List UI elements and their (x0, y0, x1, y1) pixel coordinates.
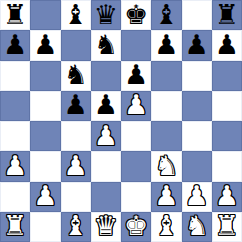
square-d4[interactable]: ♟ (91, 121, 121, 151)
square-e3[interactable] (121, 151, 151, 181)
square-d5[interactable]: ♟ (91, 91, 121, 121)
black-rook-piece[interactable]: ♜ (3, 1, 27, 28)
square-a6[interactable] (0, 61, 30, 91)
square-e7[interactable] (121, 30, 151, 60)
white-pawn-piece[interactable]: ♟ (33, 182, 57, 209)
square-g2[interactable]: ♟ (182, 182, 212, 212)
square-g8[interactable] (182, 0, 212, 30)
black-pawn-piece[interactable]: ♟ (33, 31, 57, 58)
square-f4[interactable] (151, 121, 181, 151)
square-g7[interactable]: ♟ (182, 30, 212, 60)
square-a3[interactable]: ♟ (0, 151, 30, 181)
square-h4[interactable] (212, 121, 242, 151)
black-bishop-piece[interactable]: ♝ (154, 1, 178, 28)
black-knight-piece[interactable]: ♞ (64, 61, 88, 88)
white-pawn-piece[interactable]: ♟ (3, 152, 27, 179)
black-queen-piece[interactable]: ♛ (94, 1, 118, 28)
square-c6[interactable]: ♞ (61, 61, 91, 91)
white-knight-piece[interactable]: ♞ (154, 152, 178, 179)
square-b8[interactable] (30, 0, 60, 30)
square-c4[interactable] (61, 121, 91, 151)
white-queen-piece[interactable]: ♛ (94, 212, 118, 239)
black-pawn-piece[interactable]: ♟ (185, 31, 209, 58)
black-bishop-piece[interactable]: ♝ (64, 1, 88, 28)
square-c8[interactable]: ♝ (61, 0, 91, 30)
white-bishop-piece[interactable]: ♝ (154, 212, 178, 239)
black-pawn-piece[interactable]: ♟ (3, 31, 27, 58)
square-a8[interactable]: ♜ (0, 0, 30, 30)
black-rook-piece[interactable]: ♜ (215, 1, 239, 28)
square-g4[interactable] (182, 121, 212, 151)
square-h6[interactable] (212, 61, 242, 91)
square-f5[interactable] (151, 91, 181, 121)
white-king-piece[interactable]: ♚ (124, 212, 148, 239)
square-c7[interactable] (61, 30, 91, 60)
black-pawn-piece[interactable]: ♟ (154, 31, 178, 58)
square-d1[interactable]: ♛ (91, 212, 121, 242)
square-h7[interactable]: ♟ (212, 30, 242, 60)
square-b1[interactable] (30, 212, 60, 242)
square-h8[interactable]: ♜ (212, 0, 242, 30)
square-a1[interactable]: ♜ (0, 212, 30, 242)
square-f2[interactable]: ♟ (151, 182, 181, 212)
white-pawn-piece[interactable]: ♟ (124, 91, 148, 118)
square-e6[interactable]: ♟ (121, 61, 151, 91)
white-pawn-piece[interactable]: ♟ (185, 182, 209, 209)
square-d7[interactable]: ♞ (91, 30, 121, 60)
white-bishop-piece[interactable]: ♝ (64, 212, 88, 239)
square-a7[interactable]: ♟ (0, 30, 30, 60)
white-rook-piece[interactable]: ♜ (215, 212, 239, 239)
square-e8[interactable]: ♚ (121, 0, 151, 30)
square-h5[interactable] (212, 91, 242, 121)
white-pawn-piece[interactable]: ♟ (94, 122, 118, 149)
square-h1[interactable]: ♜ (212, 212, 242, 242)
square-f3[interactable]: ♞ (151, 151, 181, 181)
white-rook-piece[interactable]: ♜ (3, 212, 27, 239)
square-b6[interactable] (30, 61, 60, 91)
white-pawn-piece[interactable]: ♟ (64, 152, 88, 179)
square-b4[interactable] (30, 121, 60, 151)
square-f7[interactable]: ♟ (151, 30, 181, 60)
square-g3[interactable] (182, 151, 212, 181)
square-e2[interactable] (121, 182, 151, 212)
square-a2[interactable] (0, 182, 30, 212)
square-e1[interactable]: ♚ (121, 212, 151, 242)
black-pawn-piece[interactable]: ♟ (215, 31, 239, 58)
square-c3[interactable]: ♟ (61, 151, 91, 181)
square-c1[interactable]: ♝ (61, 212, 91, 242)
square-f8[interactable]: ♝ (151, 0, 181, 30)
square-a4[interactable] (0, 121, 30, 151)
black-pawn-piece[interactable]: ♟ (64, 91, 88, 118)
square-f6[interactable] (151, 61, 181, 91)
square-d6[interactable] (91, 61, 121, 91)
square-g5[interactable] (182, 91, 212, 121)
black-knight-piece[interactable]: ♞ (94, 31, 118, 58)
square-b3[interactable] (30, 151, 60, 181)
square-a5[interactable] (0, 91, 30, 121)
square-b2[interactable]: ♟ (30, 182, 60, 212)
square-b7[interactable]: ♟ (30, 30, 60, 60)
square-e4[interactable] (121, 121, 151, 151)
square-g6[interactable] (182, 61, 212, 91)
square-d8[interactable]: ♛ (91, 0, 121, 30)
square-h3[interactable] (212, 151, 242, 181)
square-e5[interactable]: ♟ (121, 91, 151, 121)
square-c2[interactable] (61, 182, 91, 212)
square-g1[interactable]: ♞ (182, 212, 212, 242)
square-d3[interactable] (91, 151, 121, 181)
black-pawn-piece[interactable]: ♟ (124, 61, 148, 88)
chess-board: ♜♝♛♚♝♜♟♟♞♟♟♟♞♟♟♟♟♟♟♟♞♟♟♟♟♜♝♛♚♝♞♜ (0, 0, 242, 242)
square-c5[interactable]: ♟ (61, 91, 91, 121)
white-pawn-piece[interactable]: ♟ (215, 182, 239, 209)
white-pawn-piece[interactable]: ♟ (154, 182, 178, 209)
white-knight-piece[interactable]: ♞ (185, 212, 209, 239)
square-f1[interactable]: ♝ (151, 212, 181, 242)
black-king-piece[interactable]: ♚ (124, 1, 148, 28)
square-d2[interactable] (91, 182, 121, 212)
square-b5[interactable] (30, 91, 60, 121)
square-h2[interactable]: ♟ (212, 182, 242, 212)
black-pawn-piece[interactable]: ♟ (94, 91, 118, 118)
